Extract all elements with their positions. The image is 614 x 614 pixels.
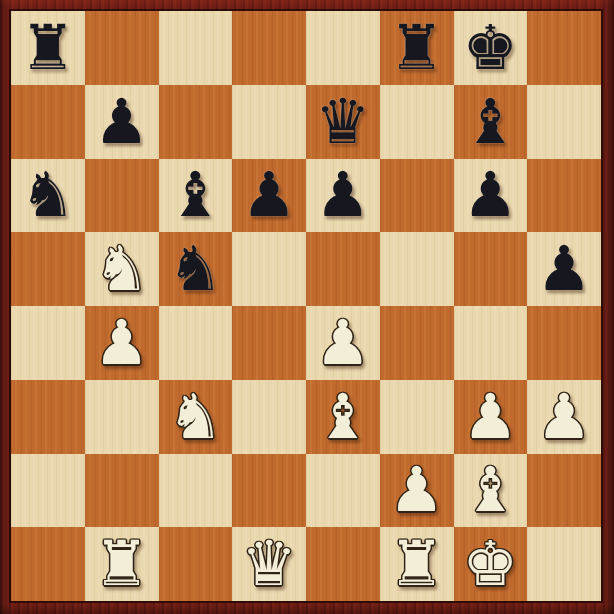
square-d3[interactable]: [232, 380, 306, 454]
square-a2[interactable]: [11, 454, 85, 528]
square-c4[interactable]: [159, 306, 233, 380]
board-frame: ♜♜♚♟♛♝♞♝♟♟♟♞♞♟♟♟♞♝♟♟♟♝♜♛♜♚: [0, 0, 614, 614]
black-queen-e7[interactable]: ♛: [315, 91, 371, 153]
square-h1[interactable]: [527, 527, 601, 601]
black-rook-a8[interactable]: ♜: [20, 17, 76, 79]
white-pawn-b4[interactable]: ♟: [94, 312, 150, 374]
square-f8[interactable]: ♜: [380, 11, 454, 85]
white-queen-d1[interactable]: ♛: [241, 533, 297, 595]
black-pawn-e6[interactable]: ♟: [315, 164, 371, 226]
square-g1[interactable]: ♚: [454, 527, 528, 601]
square-f2[interactable]: ♟: [380, 454, 454, 528]
square-e3[interactable]: ♝: [306, 380, 380, 454]
square-e5[interactable]: [306, 232, 380, 306]
white-knight-b5[interactable]: ♞: [94, 238, 150, 300]
square-f5[interactable]: [380, 232, 454, 306]
white-king-g1[interactable]: ♚: [463, 533, 519, 595]
white-pawn-h3[interactable]: ♟: [536, 386, 592, 448]
square-c8[interactable]: [159, 11, 233, 85]
square-a4[interactable]: [11, 306, 85, 380]
white-pawn-g3[interactable]: ♟: [463, 386, 519, 448]
square-g8[interactable]: ♚: [454, 11, 528, 85]
square-c6[interactable]: ♝: [159, 159, 233, 233]
square-d2[interactable]: [232, 454, 306, 528]
black-knight-c5[interactable]: ♞: [168, 238, 224, 300]
square-g4[interactable]: [454, 306, 528, 380]
square-c3[interactable]: ♞: [159, 380, 233, 454]
square-h3[interactable]: ♟: [527, 380, 601, 454]
square-d5[interactable]: [232, 232, 306, 306]
square-d1[interactable]: ♛: [232, 527, 306, 601]
square-b5[interactable]: ♞: [85, 232, 159, 306]
square-a8[interactable]: ♜: [11, 11, 85, 85]
square-h8[interactable]: [527, 11, 601, 85]
square-b4[interactable]: ♟: [85, 306, 159, 380]
white-rook-f1[interactable]: ♜: [389, 533, 445, 595]
square-h2[interactable]: [527, 454, 601, 528]
square-h7[interactable]: [527, 85, 601, 159]
white-rook-b1[interactable]: ♜: [94, 533, 150, 595]
black-bishop-g7[interactable]: ♝: [463, 91, 519, 153]
black-pawn-b7[interactable]: ♟: [94, 91, 150, 153]
square-h6[interactable]: [527, 159, 601, 233]
square-f6[interactable]: [380, 159, 454, 233]
square-b6[interactable]: [85, 159, 159, 233]
square-e7[interactable]: ♛: [306, 85, 380, 159]
square-g2[interactable]: ♝: [454, 454, 528, 528]
square-h5[interactable]: ♟: [527, 232, 601, 306]
square-e8[interactable]: [306, 11, 380, 85]
square-b1[interactable]: ♜: [85, 527, 159, 601]
square-e4[interactable]: ♟: [306, 306, 380, 380]
square-g5[interactable]: [454, 232, 528, 306]
square-b3[interactable]: [85, 380, 159, 454]
black-rook-f8[interactable]: ♜: [389, 17, 445, 79]
square-c1[interactable]: [159, 527, 233, 601]
square-c5[interactable]: ♞: [159, 232, 233, 306]
square-f4[interactable]: [380, 306, 454, 380]
square-b7[interactable]: ♟: [85, 85, 159, 159]
square-c7[interactable]: [159, 85, 233, 159]
black-bishop-c6[interactable]: ♝: [168, 164, 224, 226]
square-d6[interactable]: ♟: [232, 159, 306, 233]
black-pawn-g6[interactable]: ♟: [463, 164, 519, 226]
square-g3[interactable]: ♟: [454, 380, 528, 454]
square-d8[interactable]: [232, 11, 306, 85]
white-bishop-g2[interactable]: ♝: [463, 459, 519, 521]
square-f3[interactable]: [380, 380, 454, 454]
chess-board: ♜♜♚♟♛♝♞♝♟♟♟♞♞♟♟♟♞♝♟♟♟♝♜♛♜♚: [11, 11, 601, 601]
white-pawn-f2[interactable]: ♟: [389, 459, 445, 521]
square-e1[interactable]: [306, 527, 380, 601]
square-d4[interactable]: [232, 306, 306, 380]
black-knight-a6[interactable]: ♞: [20, 164, 76, 226]
black-pawn-d6[interactable]: ♟: [241, 164, 297, 226]
white-knight-c3[interactable]: ♞: [168, 386, 224, 448]
square-b8[interactable]: [85, 11, 159, 85]
square-a6[interactable]: ♞: [11, 159, 85, 233]
square-b2[interactable]: [85, 454, 159, 528]
square-h4[interactable]: [527, 306, 601, 380]
square-e6[interactable]: ♟: [306, 159, 380, 233]
square-a1[interactable]: [11, 527, 85, 601]
square-e2[interactable]: [306, 454, 380, 528]
black-king-g8[interactable]: ♚: [463, 17, 519, 79]
square-g7[interactable]: ♝: [454, 85, 528, 159]
white-pawn-e4[interactable]: ♟: [315, 312, 371, 374]
square-a5[interactable]: [11, 232, 85, 306]
square-a3[interactable]: [11, 380, 85, 454]
black-pawn-h5[interactable]: ♟: [536, 238, 592, 300]
square-d7[interactable]: [232, 85, 306, 159]
square-f7[interactable]: [380, 85, 454, 159]
square-a7[interactable]: [11, 85, 85, 159]
white-bishop-e3[interactable]: ♝: [315, 386, 371, 448]
square-c2[interactable]: [159, 454, 233, 528]
square-f1[interactable]: ♜: [380, 527, 454, 601]
square-g6[interactable]: ♟: [454, 159, 528, 233]
